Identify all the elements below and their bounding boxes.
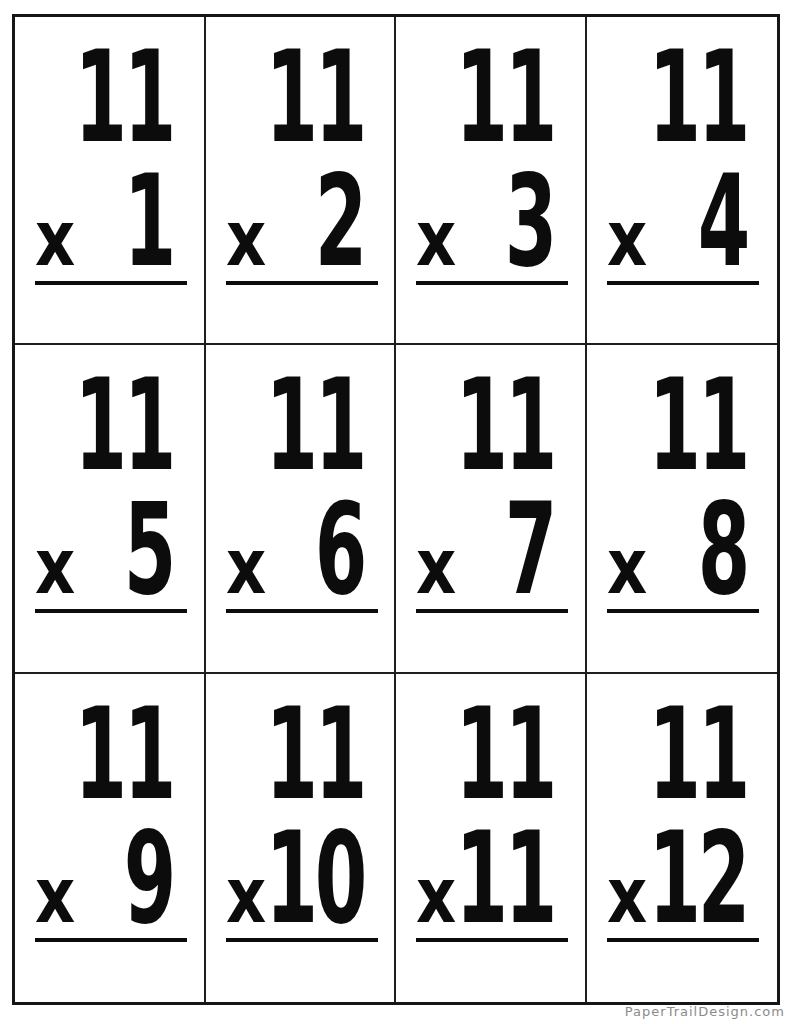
answer-line [35, 938, 187, 942]
flash-card: 11 x 7 [396, 345, 587, 673]
flash-card: 11 x 12 [587, 674, 778, 1002]
multiply-operator: x [35, 529, 75, 605]
flash-card: 11 x 5 [15, 345, 206, 673]
multiply-operator: x [226, 858, 266, 934]
multiplier-number: 10 [266, 816, 364, 942]
multiply-operator: x [226, 529, 266, 605]
multiplier-number: 5 [124, 487, 173, 613]
multiplier-number: 3 [505, 159, 554, 285]
multiplier-number: 11 [456, 816, 554, 942]
multiplier-number: 8 [698, 487, 747, 613]
multiply-operator: x [607, 858, 647, 934]
answer-line [226, 938, 378, 942]
multiply-operator: x [416, 201, 456, 277]
multiply-operator: x [416, 529, 456, 605]
answer-line [35, 281, 187, 285]
answer-line [416, 938, 568, 942]
multiply-operator: x [416, 858, 456, 934]
flash-card: 11 x 1 [15, 17, 206, 345]
multiply-operator: x [35, 201, 75, 277]
multiplier-number: 9 [124, 816, 173, 942]
multiplicand-number: 11 [456, 363, 554, 489]
flash-card: 11 x 3 [396, 17, 587, 345]
multiply-operator: x [607, 201, 647, 277]
answer-line [607, 281, 759, 285]
answer-line [226, 609, 378, 613]
flash-card: 11 x 9 [15, 674, 206, 1002]
multiplicand-number: 11 [266, 363, 364, 489]
flash-card: 11 x 8 [587, 345, 778, 673]
flash-card: 11 x 6 [206, 345, 397, 673]
multiplicand-number: 11 [649, 692, 747, 818]
answer-line [416, 609, 568, 613]
multiplicand-number: 11 [75, 692, 173, 818]
answer-line [416, 281, 568, 285]
flash-card-sheet: 11 x 1 11 x 2 11 x 3 11 x 4 11 x 5 11 x … [0, 0, 791, 1024]
answer-line [35, 609, 187, 613]
flash-card: 11 x 10 [206, 674, 397, 1002]
watermark-text: PaperTrailDesign.com [625, 1004, 785, 1019]
multiplicand-number: 11 [456, 692, 554, 818]
multiplier-number: 4 [698, 159, 747, 285]
multiplicand-number: 11 [649, 363, 747, 489]
multiplier-number: 1 [124, 159, 173, 285]
multiply-operator: x [226, 201, 266, 277]
multiply-operator: x [35, 858, 75, 934]
answer-line [607, 938, 759, 942]
multiplicand-number: 11 [266, 35, 364, 161]
multiplier-number: 6 [315, 487, 364, 613]
multiplicand-number: 11 [456, 35, 554, 161]
multiplicand-number: 11 [75, 35, 173, 161]
answer-line [226, 281, 378, 285]
multiplicand-number: 11 [75, 363, 173, 489]
multiplicand-number: 11 [649, 35, 747, 161]
multiplicand-number: 11 [266, 692, 364, 818]
flash-card: 11 x 2 [206, 17, 397, 345]
multiplier-number: 7 [505, 487, 554, 613]
multiplier-number: 2 [315, 159, 364, 285]
flash-card-grid: 11 x 1 11 x 2 11 x 3 11 x 4 11 x 5 11 x … [12, 14, 780, 1005]
multiplier-number: 12 [649, 816, 747, 942]
flash-card: 11 x 4 [587, 17, 778, 345]
flash-card: 11 x 11 [396, 674, 587, 1002]
answer-line [607, 609, 759, 613]
multiply-operator: x [607, 529, 647, 605]
